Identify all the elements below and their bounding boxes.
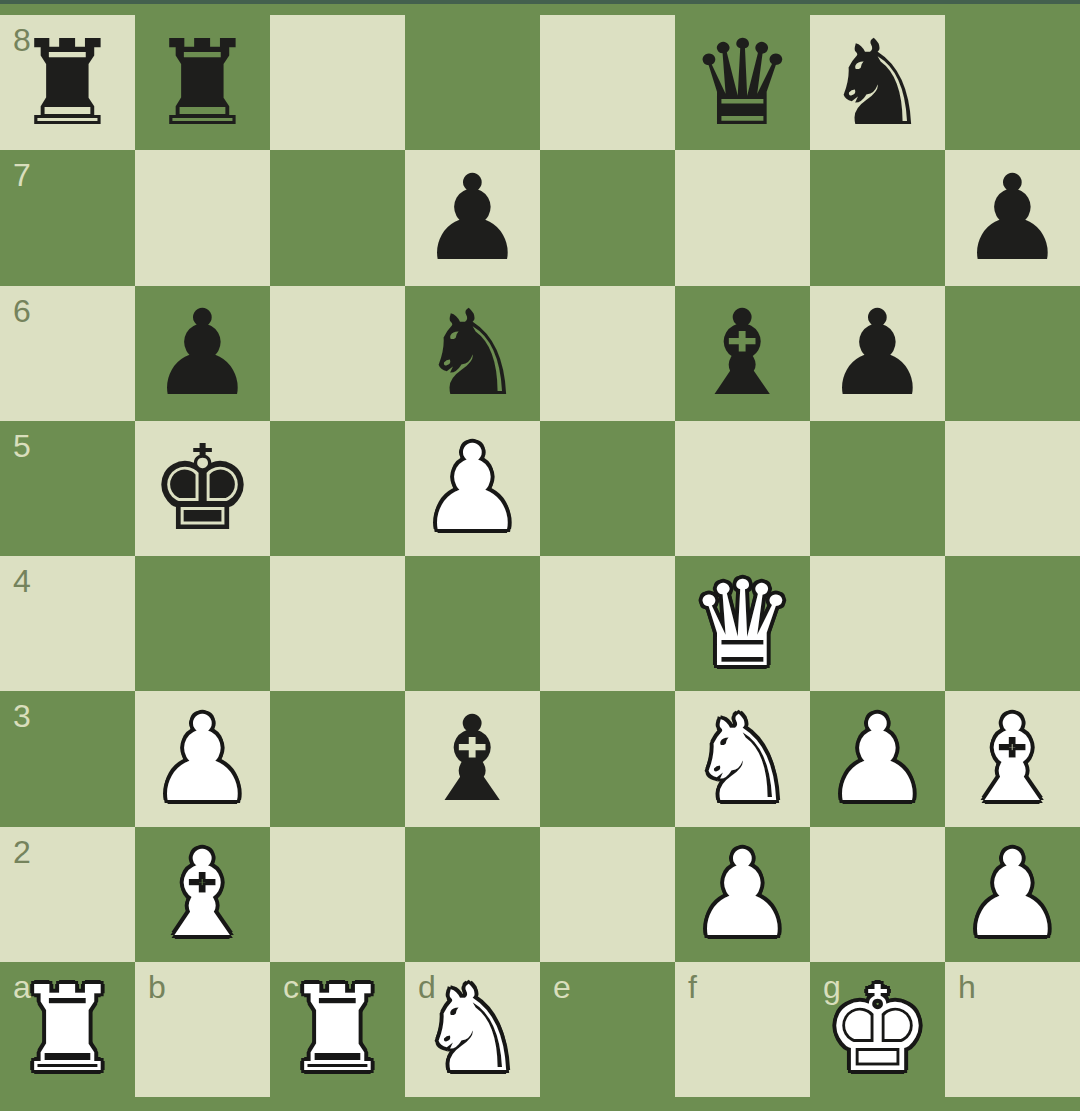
board-bottom-band xyxy=(0,1097,1080,1111)
piece-wR-a1[interactable]: ♜ xyxy=(0,962,135,1097)
square-g8[interactable]: ♞ xyxy=(810,15,945,150)
piece-wP-h2[interactable]: ♟ xyxy=(945,827,1080,962)
square-f6[interactable]: ♝ xyxy=(675,286,810,421)
square-b3[interactable]: ♟ xyxy=(135,691,270,826)
square-f8[interactable]: ♛ xyxy=(675,15,810,150)
square-e1[interactable]: e xyxy=(540,962,675,1097)
rank-label-4: 4 xyxy=(13,565,31,597)
square-g7[interactable] xyxy=(810,150,945,285)
rank-label-6: 6 xyxy=(13,295,31,327)
square-h1[interactable]: h xyxy=(945,962,1080,1097)
piece-bK-b5[interactable]: ♚ xyxy=(135,421,270,556)
piece-bR-a8[interactable]: ♜ xyxy=(0,15,135,150)
square-a7[interactable]: 7 xyxy=(0,150,135,285)
piece-wB-h3[interactable]: ♝ xyxy=(945,691,1080,826)
piece-wP-f2[interactable]: ♟ xyxy=(675,827,810,962)
square-e8[interactable] xyxy=(540,15,675,150)
square-g3[interactable]: ♟ xyxy=(810,691,945,826)
piece-bB-d3[interactable]: ♝ xyxy=(405,691,540,826)
file-label-b: b xyxy=(148,971,166,1003)
square-f3[interactable]: ♞ xyxy=(675,691,810,826)
rank-label-2: 2 xyxy=(13,836,31,868)
square-b5[interactable]: ♚ xyxy=(135,421,270,556)
square-d7[interactable]: ♟ xyxy=(405,150,540,285)
square-f1[interactable]: f xyxy=(675,962,810,1097)
square-d1[interactable]: d♞ xyxy=(405,962,540,1097)
square-e5[interactable] xyxy=(540,421,675,556)
square-f2[interactable]: ♟ xyxy=(675,827,810,962)
square-h4[interactable] xyxy=(945,556,1080,691)
piece-wR-c1[interactable]: ♜ xyxy=(270,962,405,1097)
square-d2[interactable] xyxy=(405,827,540,962)
chess-board: 8♜♜♛♞7♟♟6♟♞♝♟5♚♟4♛3♟♝♞♟♝2♝♟♟a♜bc♜d♞efg♚h xyxy=(0,15,1080,1097)
square-c7[interactable] xyxy=(270,150,405,285)
rank-label-5: 5 xyxy=(13,430,31,462)
square-c5[interactable] xyxy=(270,421,405,556)
square-c4[interactable] xyxy=(270,556,405,691)
piece-wK-g1[interactable]: ♚ xyxy=(810,962,945,1097)
square-d3[interactable]: ♝ xyxy=(405,691,540,826)
piece-wB-b2[interactable]: ♝ xyxy=(135,827,270,962)
piece-bR-b8[interactable]: ♜ xyxy=(135,15,270,150)
square-a4[interactable]: 4 xyxy=(0,556,135,691)
square-h5[interactable] xyxy=(945,421,1080,556)
square-e6[interactable] xyxy=(540,286,675,421)
square-f5[interactable] xyxy=(675,421,810,556)
square-a8[interactable]: 8♜ xyxy=(0,15,135,150)
square-b4[interactable] xyxy=(135,556,270,691)
square-e3[interactable] xyxy=(540,691,675,826)
square-c8[interactable] xyxy=(270,15,405,150)
piece-wP-b3[interactable]: ♟ xyxy=(135,691,270,826)
square-b1[interactable]: b xyxy=(135,962,270,1097)
piece-bP-g6[interactable]: ♟ xyxy=(810,286,945,421)
square-c2[interactable] xyxy=(270,827,405,962)
square-d5[interactable]: ♟ xyxy=(405,421,540,556)
square-e2[interactable] xyxy=(540,827,675,962)
file-label-h: h xyxy=(958,971,976,1003)
piece-wP-g3[interactable]: ♟ xyxy=(810,691,945,826)
square-a6[interactable]: 6 xyxy=(0,286,135,421)
piece-wN-f3[interactable]: ♞ xyxy=(675,691,810,826)
square-a5[interactable]: 5 xyxy=(0,421,135,556)
rank-label-3: 3 xyxy=(13,700,31,732)
file-label-f: f xyxy=(688,971,697,1003)
piece-bN-g8[interactable]: ♞ xyxy=(810,15,945,150)
square-d8[interactable] xyxy=(405,15,540,150)
square-b6[interactable]: ♟ xyxy=(135,286,270,421)
square-f7[interactable] xyxy=(675,150,810,285)
square-h2[interactable]: ♟ xyxy=(945,827,1080,962)
square-c3[interactable] xyxy=(270,691,405,826)
square-g6[interactable]: ♟ xyxy=(810,286,945,421)
square-h7[interactable]: ♟ xyxy=(945,150,1080,285)
square-e4[interactable] xyxy=(540,556,675,691)
square-b8[interactable]: ♜ xyxy=(135,15,270,150)
square-c6[interactable] xyxy=(270,286,405,421)
square-g1[interactable]: g♚ xyxy=(810,962,945,1097)
square-d4[interactable] xyxy=(405,556,540,691)
square-a2[interactable]: 2 xyxy=(0,827,135,962)
piece-bQ-f8[interactable]: ♛ xyxy=(675,15,810,150)
square-g5[interactable] xyxy=(810,421,945,556)
square-b2[interactable]: ♝ xyxy=(135,827,270,962)
piece-wQ-f4[interactable]: ♛ xyxy=(675,556,810,691)
piece-bP-b6[interactable]: ♟ xyxy=(135,286,270,421)
piece-bP-d7[interactable]: ♟ xyxy=(405,150,540,285)
piece-bN-d6[interactable]: ♞ xyxy=(405,286,540,421)
square-b7[interactable] xyxy=(135,150,270,285)
square-h3[interactable]: ♝ xyxy=(945,691,1080,826)
square-f4[interactable]: ♛ xyxy=(675,556,810,691)
rank-label-7: 7 xyxy=(13,159,31,191)
square-e7[interactable] xyxy=(540,150,675,285)
square-h6[interactable] xyxy=(945,286,1080,421)
square-a1[interactable]: a♜ xyxy=(0,962,135,1097)
file-label-e: e xyxy=(553,971,571,1003)
square-h8[interactable] xyxy=(945,15,1080,150)
square-g2[interactable] xyxy=(810,827,945,962)
square-d6[interactable]: ♞ xyxy=(405,286,540,421)
piece-bP-h7[interactable]: ♟ xyxy=(945,150,1080,285)
square-a3[interactable]: 3 xyxy=(0,691,135,826)
piece-wN-d1[interactable]: ♞ xyxy=(405,962,540,1097)
piece-wP-d5[interactable]: ♟ xyxy=(405,421,540,556)
square-c1[interactable]: c♜ xyxy=(270,962,405,1097)
square-g4[interactable] xyxy=(810,556,945,691)
piece-bB-f6[interactable]: ♝ xyxy=(675,286,810,421)
